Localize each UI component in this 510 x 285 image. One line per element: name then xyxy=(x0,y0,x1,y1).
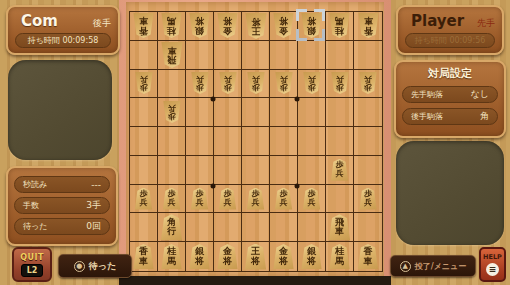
board-square[interactable] xyxy=(158,127,186,156)
board-square[interactable] xyxy=(158,70,186,99)
board-square[interactable]: 桂馬 xyxy=(158,242,186,271)
board-square[interactable]: 王将 xyxy=(242,12,270,41)
board-square[interactable]: 歩兵 xyxy=(270,185,298,214)
board-square[interactable] xyxy=(186,98,214,127)
board-square[interactable]: 金将 xyxy=(270,12,298,41)
shogi-piece-gote[interactable]: 金将 xyxy=(273,13,294,38)
board-square[interactable] xyxy=(242,127,270,156)
board-square[interactable]: 歩兵 xyxy=(158,185,186,214)
shogi-piece-gote[interactable]: 歩兵 xyxy=(303,72,321,94)
gote-handicap-row: 後手駒落 角 xyxy=(402,108,498,125)
move-count-value: 3手 xyxy=(86,199,101,212)
board-square[interactable] xyxy=(298,41,326,70)
shogi-piece-sente[interactable]: 歩兵 xyxy=(191,188,209,210)
board-square[interactable]: 銀将 xyxy=(186,12,214,41)
board-square[interactable] xyxy=(158,156,186,185)
board-square[interactable]: 香車 xyxy=(354,12,382,41)
help-button-label: HELP xyxy=(483,253,502,261)
board-square[interactable]: 王将 xyxy=(242,242,270,271)
player-name: Player xyxy=(411,12,464,30)
board-square[interactable]: 歩兵 xyxy=(354,185,382,214)
board-square[interactable] xyxy=(354,156,382,185)
star-point xyxy=(295,97,300,102)
shogi-piece-sente[interactable]: 金将 xyxy=(273,244,294,269)
board-square[interactable] xyxy=(326,98,354,127)
shogi-piece-gote[interactable]: 銀将 xyxy=(189,13,210,38)
board-square[interactable] xyxy=(242,98,270,127)
menu-lines-icon: ≡ xyxy=(486,263,499,276)
board-square[interactable] xyxy=(242,156,270,185)
sente-handicap-row: 先手駒落 なし xyxy=(402,86,498,103)
shogi-piece-gote[interactable]: 香車 xyxy=(358,13,379,38)
board-square[interactable]: 歩兵 xyxy=(326,156,354,185)
board-square[interactable] xyxy=(214,41,242,70)
quit-key-hint: L2 xyxy=(21,264,44,277)
star-point xyxy=(295,183,300,188)
board-square[interactable] xyxy=(270,98,298,127)
board-square[interactable] xyxy=(214,213,242,242)
com-time-display: 持ち時間 00:09:58 xyxy=(15,33,111,48)
shogi-piece-sente[interactable]: 飛車 xyxy=(329,214,351,240)
board-square[interactable]: 歩兵 xyxy=(186,70,214,99)
board-square[interactable] xyxy=(130,41,158,70)
triangle-button-icon: ▲ xyxy=(400,261,411,272)
shogi-piece-gote[interactable]: 銀将 xyxy=(301,13,322,38)
board-square[interactable] xyxy=(186,41,214,70)
shogi-piece-sente[interactable]: 桂馬 xyxy=(161,244,182,269)
board-square[interactable]: 香車 xyxy=(130,12,158,41)
shogi-piece-sente[interactable]: 金将 xyxy=(217,244,238,269)
board-square[interactable] xyxy=(214,127,242,156)
shogi-piece-sente[interactable]: 歩兵 xyxy=(247,188,265,210)
shogi-piece-gote[interactable]: 歩兵 xyxy=(275,72,293,94)
star-point xyxy=(211,97,216,102)
board-square[interactable]: 歩兵 xyxy=(214,185,242,214)
undo-move-button-label: 待った xyxy=(89,260,116,273)
shogi-piece-gote[interactable]: 王将 xyxy=(245,13,267,39)
board-square[interactable] xyxy=(270,41,298,70)
shogi-piece-gote[interactable]: 歩兵 xyxy=(247,72,265,94)
board-square[interactable] xyxy=(242,213,270,242)
shogi-piece-gote[interactable]: 歩兵 xyxy=(331,72,349,94)
sente-handicap-value: なし xyxy=(471,88,489,101)
resign-menu-button[interactable]: ▲ 投了/メニュー xyxy=(390,255,476,277)
game-info-panel: 秒読み --- 手数 3手 待った 0回 xyxy=(6,166,118,246)
shogi-piece-sente[interactable]: 角行 xyxy=(161,214,183,240)
byoyomi-row: 秒読み --- xyxy=(14,176,110,193)
shogi-piece-gote[interactable]: 歩兵 xyxy=(135,72,153,94)
undo-move-button[interactable]: ● 待った xyxy=(58,254,132,278)
human-player-panel: 先手 Player 持ち時間 00:09:56 xyxy=(396,5,504,55)
board-square[interactable]: 銀将 xyxy=(298,242,326,271)
board-square[interactable]: 飛車 xyxy=(158,41,186,70)
board-square[interactable]: 歩兵 xyxy=(298,185,326,214)
board-square[interactable]: 歩兵 xyxy=(130,185,158,214)
board-square[interactable]: 歩兵 xyxy=(214,70,242,99)
board-square[interactable]: 歩兵 xyxy=(186,185,214,214)
board-square[interactable] xyxy=(298,156,326,185)
board-square[interactable]: 桂馬 xyxy=(158,12,186,41)
board-square[interactable] xyxy=(186,127,214,156)
shogi-piece-sente[interactable]: 香車 xyxy=(133,244,154,269)
shogi-piece-gote[interactable]: 香車 xyxy=(133,13,154,38)
com-captured-pieces-tray xyxy=(8,60,112,160)
board-square[interactable] xyxy=(270,127,298,156)
settings-title: 対局設定 xyxy=(402,66,498,81)
shogi-piece-sente[interactable]: 銀将 xyxy=(301,244,322,269)
board-square[interactable]: 金将 xyxy=(214,12,242,41)
shogi-piece-sente[interactable]: 王将 xyxy=(245,244,267,270)
board-square[interactable]: 香車 xyxy=(130,242,158,271)
board-square[interactable] xyxy=(214,98,242,127)
board-square[interactable] xyxy=(326,41,354,70)
byoyomi-value: --- xyxy=(91,180,101,190)
board-square[interactable]: 桂馬 xyxy=(326,12,354,41)
byoyomi-label: 秒読み xyxy=(23,179,91,190)
board-square[interactable] xyxy=(270,213,298,242)
board-square[interactable] xyxy=(242,41,270,70)
board-area: 香車桂馬銀将金将王将金将銀将桂馬香車飛車歩兵歩兵歩兵歩兵歩兵歩兵歩兵歩兵歩兵歩兵… xyxy=(119,0,391,285)
player-side-label: 先手 xyxy=(477,17,495,30)
shogi-piece-gote[interactable]: 歩兵 xyxy=(163,101,181,123)
help-button[interactable]: HELP ≡ xyxy=(479,247,506,282)
board-square[interactable]: 歩兵 xyxy=(242,70,270,99)
board-square[interactable]: 飛車 xyxy=(326,213,354,242)
quit-button-label: QUIT xyxy=(20,253,44,262)
shogi-piece-sente[interactable]: 香車 xyxy=(358,244,379,269)
board-square[interactable] xyxy=(354,41,382,70)
undo-count-label: 待った xyxy=(23,221,86,232)
star-point xyxy=(211,183,216,188)
board-square[interactable] xyxy=(130,98,158,127)
com-player-panel: 後手 Com 持ち時間 00:09:58 xyxy=(6,5,120,55)
gote-handicap-label: 後手駒落 xyxy=(411,111,480,122)
board-square[interactable] xyxy=(270,156,298,185)
board-square[interactable]: 歩兵 xyxy=(242,185,270,214)
board-square[interactable]: 歩兵 xyxy=(298,70,326,99)
quit-button[interactable]: QUIT L2 xyxy=(12,247,52,282)
board-front-edge xyxy=(119,276,391,285)
shogi-piece-sente[interactable]: 歩兵 xyxy=(303,188,321,210)
board-square[interactable] xyxy=(186,213,214,242)
shogi-game-screen: 香車桂馬銀将金将王将金将銀将桂馬香車飛車歩兵歩兵歩兵歩兵歩兵歩兵歩兵歩兵歩兵歩兵… xyxy=(0,0,510,285)
board-square[interactable] xyxy=(354,98,382,127)
sente-handicap-label: 先手駒落 xyxy=(411,89,471,100)
move-count-row: 手数 3手 xyxy=(14,197,110,214)
shogi-piece-gote[interactable]: 飛車 xyxy=(161,42,183,68)
undo-count-value: 0回 xyxy=(86,220,101,233)
shogi-board: 香車桂馬銀将金将王将金将銀将桂馬香車飛車歩兵歩兵歩兵歩兵歩兵歩兵歩兵歩兵歩兵歩兵… xyxy=(126,2,384,276)
resign-menu-button-label: 投了/メニュー xyxy=(415,261,466,272)
shogi-piece-gote[interactable]: 金将 xyxy=(217,13,238,38)
player-captured-pieces-tray xyxy=(396,141,504,245)
shogi-piece-sente[interactable]: 歩兵 xyxy=(359,188,377,210)
board-square[interactable] xyxy=(354,213,382,242)
shogi-piece-sente[interactable]: 歩兵 xyxy=(275,188,293,210)
board-square[interactable]: 銀将 xyxy=(298,12,326,41)
board-square[interactable]: 歩兵 xyxy=(158,98,186,127)
shogi-piece-sente[interactable]: 歩兵 xyxy=(219,188,237,210)
board-square[interactable]: 角行 xyxy=(158,213,186,242)
shogi-board-grid: 香車桂馬銀将金将王将金将銀将桂馬香車飛車歩兵歩兵歩兵歩兵歩兵歩兵歩兵歩兵歩兵歩兵… xyxy=(129,11,383,272)
gote-handicap-value: 角 xyxy=(480,110,489,123)
shogi-piece-gote[interactable]: 桂馬 xyxy=(161,13,182,38)
board-square[interactable] xyxy=(214,156,242,185)
shogi-piece-sente[interactable]: 銀将 xyxy=(189,244,210,269)
board-square[interactable]: 金将 xyxy=(270,242,298,271)
shogi-piece-gote[interactable]: 桂馬 xyxy=(329,13,350,38)
board-square[interactable]: 歩兵 xyxy=(270,70,298,99)
board-square[interactable]: 桂馬 xyxy=(326,242,354,271)
board-square[interactable] xyxy=(130,213,158,242)
com-side-label: 後手 xyxy=(93,17,111,30)
board-square[interactable]: 歩兵 xyxy=(130,70,158,99)
shogi-piece-sente[interactable]: 歩兵 xyxy=(163,188,181,210)
shogi-piece-gote[interactable]: 歩兵 xyxy=(219,72,237,94)
board-square[interactable]: 歩兵 xyxy=(354,70,382,99)
shogi-piece-sente[interactable]: 桂馬 xyxy=(329,244,350,269)
shogi-piece-sente[interactable]: 歩兵 xyxy=(331,159,349,181)
undo-count-row: 待った 0回 xyxy=(14,218,110,235)
com-name: Com xyxy=(21,12,58,30)
player-time-display: 持ち時間 00:09:56 xyxy=(405,33,495,48)
shogi-piece-gote[interactable]: 歩兵 xyxy=(359,72,377,94)
board-square[interactable]: 銀将 xyxy=(186,242,214,271)
board-square[interactable] xyxy=(326,127,354,156)
board-square[interactable] xyxy=(130,127,158,156)
board-square[interactable]: 金将 xyxy=(214,242,242,271)
shogi-piece-gote[interactable]: 歩兵 xyxy=(191,72,209,94)
board-square[interactable]: 香車 xyxy=(354,242,382,271)
board-square[interactable] xyxy=(354,127,382,156)
move-count-label: 手数 xyxy=(23,200,86,211)
match-settings-panel: 対局設定 先手駒落 なし 後手駒落 角 xyxy=(394,60,506,138)
board-square[interactable] xyxy=(130,156,158,185)
board-square[interactable] xyxy=(298,213,326,242)
board-square[interactable] xyxy=(186,156,214,185)
circle-button-icon: ● xyxy=(74,261,85,272)
shogi-piece-sente[interactable]: 歩兵 xyxy=(135,188,153,210)
board-square[interactable]: 歩兵 xyxy=(326,70,354,99)
board-square[interactable] xyxy=(298,127,326,156)
board-square[interactable] xyxy=(298,98,326,127)
board-square[interactable] xyxy=(326,185,354,214)
